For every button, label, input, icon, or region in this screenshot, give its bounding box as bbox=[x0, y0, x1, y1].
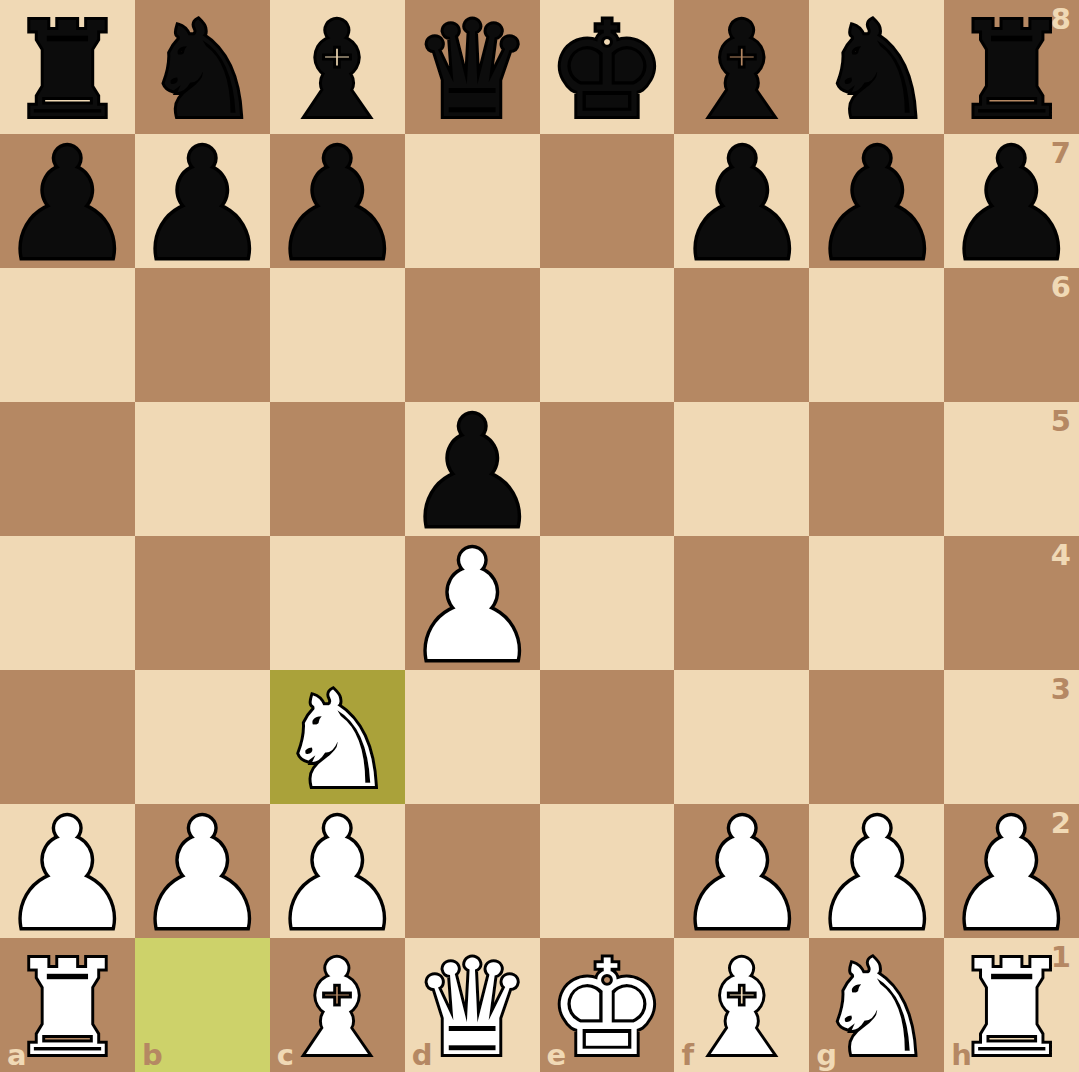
piece-black-pawn[interactable]: ♟♟ bbox=[135, 134, 270, 268]
square-d1[interactable]: d♛♛ bbox=[405, 938, 540, 1072]
square-e1[interactable]: e♚♚ bbox=[540, 938, 675, 1072]
square-h3[interactable]: 3 bbox=[944, 670, 1079, 804]
piece-black-rook[interactable]: ♜♜ bbox=[944, 0, 1079, 134]
piece-white-knight[interactable]: ♞♞ bbox=[270, 670, 405, 804]
piece-white-queen[interactable]: ♛♛ bbox=[405, 938, 540, 1072]
piece-black-queen[interactable]: ♛♛ bbox=[405, 0, 540, 134]
coord-rank-3: 3 bbox=[1051, 675, 1071, 704]
square-h5[interactable]: 5 bbox=[944, 402, 1079, 536]
square-a4[interactable] bbox=[0, 536, 135, 670]
piece-white-bishop[interactable]: ♝♝ bbox=[674, 938, 809, 1072]
square-b3[interactable] bbox=[135, 670, 270, 804]
square-b5[interactable] bbox=[135, 402, 270, 536]
piece-black-king[interactable]: ♚♚ bbox=[540, 0, 675, 134]
piece-black-pawn[interactable]: ♟♟ bbox=[270, 134, 405, 268]
piece-white-pawn[interactable]: ♟♟ bbox=[674, 804, 809, 938]
square-g1[interactable]: g♞♞ bbox=[809, 938, 944, 1072]
square-e7[interactable] bbox=[540, 134, 675, 268]
square-h2[interactable]: 2♟♟ bbox=[944, 804, 1079, 938]
square-h6[interactable]: 6 bbox=[944, 268, 1079, 402]
square-e6[interactable] bbox=[540, 268, 675, 402]
piece-white-rook[interactable]: ♜♜ bbox=[0, 938, 135, 1072]
square-f2[interactable]: ♟♟ bbox=[674, 804, 809, 938]
square-g8[interactable]: ♞♞ bbox=[809, 0, 944, 134]
square-d2[interactable] bbox=[405, 804, 540, 938]
square-a8[interactable]: ♜♜ bbox=[0, 0, 135, 134]
piece-black-pawn[interactable]: ♟♟ bbox=[674, 134, 809, 268]
square-f4[interactable] bbox=[674, 536, 809, 670]
square-d4[interactable]: ♟♟ bbox=[405, 536, 540, 670]
piece-black-pawn[interactable]: ♟♟ bbox=[944, 134, 1079, 268]
square-e5[interactable] bbox=[540, 402, 675, 536]
square-e8[interactable]: ♚♚ bbox=[540, 0, 675, 134]
square-b4[interactable] bbox=[135, 536, 270, 670]
square-e2[interactable] bbox=[540, 804, 675, 938]
square-a2[interactable]: ♟♟ bbox=[0, 804, 135, 938]
square-d6[interactable] bbox=[405, 268, 540, 402]
coord-rank-4: 4 bbox=[1051, 541, 1071, 570]
piece-white-rook[interactable]: ♜♜ bbox=[944, 938, 1079, 1072]
square-b6[interactable] bbox=[135, 268, 270, 402]
square-d7[interactable] bbox=[405, 134, 540, 268]
piece-white-knight[interactable]: ♞♞ bbox=[809, 938, 944, 1072]
piece-white-king[interactable]: ♚♚ bbox=[540, 938, 675, 1072]
piece-white-pawn[interactable]: ♟♟ bbox=[809, 804, 944, 938]
chess-board: ♜♜♞♞♝♝♛♛♚♚♝♝♞♞8♜♜♟♟♟♟♟♟♟♟♟♟7♟♟6♟♟5♟♟4♞♞3… bbox=[0, 0, 1079, 1072]
square-a1[interactable]: a♜♜ bbox=[0, 938, 135, 1072]
piece-black-bishop[interactable]: ♝♝ bbox=[674, 0, 809, 134]
square-h8[interactable]: 8♜♜ bbox=[944, 0, 1079, 134]
square-e3[interactable] bbox=[540, 670, 675, 804]
square-g5[interactable] bbox=[809, 402, 944, 536]
square-f7[interactable]: ♟♟ bbox=[674, 134, 809, 268]
square-f5[interactable] bbox=[674, 402, 809, 536]
coord-rank-6: 6 bbox=[1051, 273, 1071, 302]
piece-white-pawn[interactable]: ♟♟ bbox=[270, 804, 405, 938]
piece-black-knight[interactable]: ♞♞ bbox=[809, 0, 944, 134]
square-g7[interactable]: ♟♟ bbox=[809, 134, 944, 268]
square-b1[interactable]: b bbox=[135, 938, 270, 1072]
square-f1[interactable]: f♝♝ bbox=[674, 938, 809, 1072]
piece-black-pawn[interactable]: ♟♟ bbox=[809, 134, 944, 268]
piece-white-pawn[interactable]: ♟♟ bbox=[405, 536, 540, 670]
square-g6[interactable] bbox=[809, 268, 944, 402]
square-c2[interactable]: ♟♟ bbox=[270, 804, 405, 938]
piece-black-bishop[interactable]: ♝♝ bbox=[270, 0, 405, 134]
square-a6[interactable] bbox=[0, 268, 135, 402]
square-c4[interactable] bbox=[270, 536, 405, 670]
piece-white-bishop[interactable]: ♝♝ bbox=[270, 938, 405, 1072]
square-e4[interactable] bbox=[540, 536, 675, 670]
square-c6[interactable] bbox=[270, 268, 405, 402]
square-c1[interactable]: c♝♝ bbox=[270, 938, 405, 1072]
piece-white-pawn[interactable]: ♟♟ bbox=[135, 804, 270, 938]
square-a7[interactable]: ♟♟ bbox=[0, 134, 135, 268]
square-g3[interactable] bbox=[809, 670, 944, 804]
square-b8[interactable]: ♞♞ bbox=[135, 0, 270, 134]
square-c5[interactable] bbox=[270, 402, 405, 536]
piece-white-pawn[interactable]: ♟♟ bbox=[0, 804, 135, 938]
coord-file-b: b bbox=[142, 1041, 163, 1070]
square-a3[interactable] bbox=[0, 670, 135, 804]
square-g2[interactable]: ♟♟ bbox=[809, 804, 944, 938]
square-h1[interactable]: 1h♜♜ bbox=[944, 938, 1079, 1072]
square-d3[interactable] bbox=[405, 670, 540, 804]
square-f8[interactable]: ♝♝ bbox=[674, 0, 809, 134]
square-d5[interactable]: ♟♟ bbox=[405, 402, 540, 536]
piece-black-rook[interactable]: ♜♜ bbox=[0, 0, 135, 134]
square-f6[interactable] bbox=[674, 268, 809, 402]
square-b7[interactable]: ♟♟ bbox=[135, 134, 270, 268]
square-c3[interactable]: ♞♞ bbox=[270, 670, 405, 804]
square-b2[interactable]: ♟♟ bbox=[135, 804, 270, 938]
piece-black-knight[interactable]: ♞♞ bbox=[135, 0, 270, 134]
square-h4[interactable]: 4 bbox=[944, 536, 1079, 670]
square-c8[interactable]: ♝♝ bbox=[270, 0, 405, 134]
square-h7[interactable]: 7♟♟ bbox=[944, 134, 1079, 268]
square-f3[interactable] bbox=[674, 670, 809, 804]
coord-rank-5: 5 bbox=[1051, 407, 1071, 436]
square-a5[interactable] bbox=[0, 402, 135, 536]
piece-black-pawn[interactable]: ♟♟ bbox=[405, 402, 540, 536]
square-d8[interactable]: ♛♛ bbox=[405, 0, 540, 134]
square-g4[interactable] bbox=[809, 536, 944, 670]
piece-black-pawn[interactable]: ♟♟ bbox=[0, 134, 135, 268]
piece-white-pawn[interactable]: ♟♟ bbox=[944, 804, 1079, 938]
square-c7[interactable]: ♟♟ bbox=[270, 134, 405, 268]
